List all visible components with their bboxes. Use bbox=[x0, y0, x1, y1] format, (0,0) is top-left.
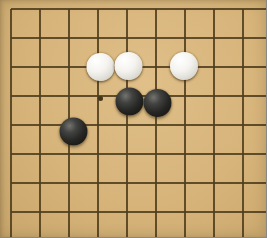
intersection-F12[interactable] bbox=[142, 198, 171, 227]
intersection-D18[interactable] bbox=[84, 24, 113, 53]
intersection-J16[interactable] bbox=[229, 82, 258, 111]
intersection-B16[interactable] bbox=[26, 82, 55, 111]
intersection-H19[interactable] bbox=[200, 0, 229, 24]
intersection-G16[interactable] bbox=[171, 82, 200, 111]
star-point bbox=[98, 96, 103, 101]
grid-line-vertical bbox=[10, 9, 12, 24]
grid-line-horizontal bbox=[258, 37, 267, 39]
intersection-H15[interactable] bbox=[200, 111, 229, 140]
intersection-H14[interactable] bbox=[200, 140, 229, 169]
grid-line-vertical bbox=[242, 169, 244, 198]
intersection-F19[interactable] bbox=[142, 0, 171, 24]
grid-line-vertical bbox=[10, 111, 12, 140]
grid-line-vertical bbox=[213, 82, 215, 111]
intersection-F13[interactable] bbox=[142, 169, 171, 198]
grid-line-vertical bbox=[184, 198, 186, 227]
intersection-K16[interactable] bbox=[258, 82, 267, 111]
grid-line-vertical bbox=[10, 198, 12, 227]
intersection-E13[interactable] bbox=[113, 169, 142, 198]
grid-line-horizontal bbox=[258, 66, 267, 68]
grid-line-vertical bbox=[97, 227, 99, 238]
intersection-J17[interactable] bbox=[229, 53, 258, 82]
grid-line-vertical bbox=[242, 140, 244, 169]
grid-line-vertical bbox=[155, 140, 157, 169]
intersection-A12[interactable] bbox=[0, 198, 26, 227]
grid-line-vertical bbox=[242, 53, 244, 82]
grid-line-vertical bbox=[213, 169, 215, 198]
intersection-K13[interactable] bbox=[258, 169, 267, 198]
grid-line-vertical bbox=[155, 9, 157, 24]
grid-line-vertical bbox=[213, 198, 215, 227]
grid-line-vertical bbox=[10, 169, 12, 198]
intersection-D19[interactable] bbox=[84, 0, 113, 24]
grid-line-vertical bbox=[126, 227, 128, 238]
intersection-C13[interactable] bbox=[55, 169, 84, 198]
intersection-J15[interactable] bbox=[229, 111, 258, 140]
intersection-A16[interactable] bbox=[0, 82, 26, 111]
intersection-G15[interactable] bbox=[171, 111, 200, 140]
intersection-G17[interactable] bbox=[171, 53, 200, 82]
intersection-D17[interactable] bbox=[84, 53, 113, 82]
grid-line-vertical bbox=[10, 82, 12, 111]
intersection-E17[interactable] bbox=[113, 53, 142, 82]
grid-line-vertical bbox=[126, 198, 128, 227]
intersection-H11[interactable] bbox=[200, 227, 229, 238]
intersection-B18[interactable] bbox=[26, 24, 55, 53]
intersection-F17[interactable] bbox=[142, 53, 171, 82]
intersection-A17[interactable] bbox=[0, 53, 26, 82]
intersection-C19[interactable] bbox=[55, 0, 84, 24]
intersection-E12[interactable] bbox=[113, 198, 142, 227]
intersection-D12[interactable] bbox=[84, 198, 113, 227]
grid-line-horizontal bbox=[11, 153, 26, 155]
go-board[interactable] bbox=[0, 0, 266, 237]
intersection-A15[interactable] bbox=[0, 111, 26, 140]
intersection-B15[interactable] bbox=[26, 111, 55, 140]
grid-line-vertical bbox=[155, 227, 157, 238]
grid-line-vertical bbox=[242, 9, 244, 24]
grid-line-vertical bbox=[68, 24, 70, 53]
intersection-H13[interactable] bbox=[200, 169, 229, 198]
black-stone-F16[interactable] bbox=[144, 89, 172, 117]
intersection-C15[interactable] bbox=[55, 111, 84, 140]
intersection-H17[interactable] bbox=[200, 53, 229, 82]
grid-line-vertical bbox=[39, 198, 41, 227]
intersection-C12[interactable] bbox=[55, 198, 84, 227]
intersection-E19[interactable] bbox=[113, 0, 142, 24]
intersection-J13[interactable] bbox=[229, 169, 258, 198]
grid-line-vertical bbox=[155, 24, 157, 53]
grid-line-vertical bbox=[184, 9, 186, 24]
white-stone-D17[interactable] bbox=[87, 53, 115, 81]
intersection-D13[interactable] bbox=[84, 169, 113, 198]
grid-line-vertical bbox=[10, 227, 12, 238]
grid-line-vertical bbox=[213, 227, 215, 238]
grid-line-horizontal bbox=[11, 37, 26, 39]
intersection-A19[interactable] bbox=[0, 0, 26, 24]
grid-line-vertical bbox=[242, 82, 244, 111]
intersection-G13[interactable] bbox=[171, 169, 200, 198]
intersection-D16[interactable] bbox=[84, 82, 113, 111]
grid-line-vertical bbox=[10, 24, 12, 53]
grid-line-vertical bbox=[155, 53, 157, 82]
intersection-F11[interactable] bbox=[142, 227, 171, 238]
grid-line-vertical bbox=[39, 227, 41, 238]
intersection-D15[interactable] bbox=[84, 111, 113, 140]
intersection-K18[interactable] bbox=[258, 24, 267, 53]
grid-line-vertical bbox=[213, 9, 215, 24]
grid-line-vertical bbox=[39, 82, 41, 111]
intersection-K11[interactable] bbox=[258, 227, 267, 238]
intersection-B11[interactable] bbox=[26, 227, 55, 238]
intersection-A13[interactable] bbox=[0, 169, 26, 198]
grid-line-vertical bbox=[242, 198, 244, 227]
grid-line-horizontal bbox=[258, 211, 267, 213]
grid-line-horizontal bbox=[11, 182, 26, 184]
intersection-D11[interactable] bbox=[84, 227, 113, 238]
intersection-E16[interactable] bbox=[113, 82, 142, 111]
grid-line-vertical bbox=[39, 140, 41, 169]
grid-line-vertical bbox=[97, 140, 99, 169]
grid-line-vertical bbox=[155, 198, 157, 227]
intersection-C16[interactable] bbox=[55, 82, 84, 111]
intersection-A18[interactable] bbox=[0, 24, 26, 53]
grid-line-vertical bbox=[97, 9, 99, 24]
grid-line-vertical bbox=[184, 111, 186, 140]
grid-line-vertical bbox=[10, 140, 12, 169]
grid-line-horizontal bbox=[258, 8, 267, 10]
grid-line-vertical bbox=[126, 9, 128, 24]
grid-line-vertical bbox=[126, 24, 128, 53]
black-stone-E16[interactable] bbox=[116, 88, 144, 116]
grid-line-vertical bbox=[68, 9, 70, 24]
intersection-E18[interactable] bbox=[113, 24, 142, 53]
grid-line-vertical bbox=[213, 53, 215, 82]
grid-line-vertical bbox=[68, 227, 70, 238]
grid-line-vertical bbox=[68, 82, 70, 111]
intersection-B13[interactable] bbox=[26, 169, 55, 198]
grid-line-vertical bbox=[97, 24, 99, 53]
grid-line-vertical bbox=[68, 198, 70, 227]
grid-line-vertical bbox=[39, 9, 41, 24]
grid-line-vertical bbox=[213, 140, 215, 169]
intersection-E11[interactable] bbox=[113, 227, 142, 238]
grid-line-horizontal bbox=[11, 211, 26, 213]
grid-line-vertical bbox=[39, 111, 41, 140]
intersection-G19[interactable] bbox=[171, 0, 200, 24]
grid-line-vertical bbox=[242, 111, 244, 140]
grid-line-vertical bbox=[213, 111, 215, 140]
go-board-photo bbox=[0, 0, 266, 237]
grid-line-vertical bbox=[184, 140, 186, 169]
intersection-K14[interactable] bbox=[258, 140, 267, 169]
grid-line-horizontal bbox=[258, 182, 267, 184]
intersection-A14[interactable] bbox=[0, 140, 26, 169]
intersection-F16[interactable] bbox=[142, 82, 171, 111]
intersection-K17[interactable] bbox=[258, 53, 267, 82]
grid-line-vertical bbox=[97, 111, 99, 140]
intersection-K15[interactable] bbox=[258, 111, 267, 140]
intersection-C18[interactable] bbox=[55, 24, 84, 53]
grid-line-horizontal bbox=[258, 124, 267, 126]
intersection-B12[interactable] bbox=[26, 198, 55, 227]
intersection-C17[interactable] bbox=[55, 53, 84, 82]
intersection-F18[interactable] bbox=[142, 24, 171, 53]
intersection-B14[interactable] bbox=[26, 140, 55, 169]
intersection-C11[interactable] bbox=[55, 227, 84, 238]
grid-line-vertical bbox=[184, 82, 186, 111]
grid-line-vertical bbox=[39, 24, 41, 53]
grid-line-vertical bbox=[97, 198, 99, 227]
intersection-F14[interactable] bbox=[142, 140, 171, 169]
grid-line-vertical bbox=[39, 169, 41, 198]
intersection-J19[interactable] bbox=[229, 0, 258, 24]
grid-line-vertical bbox=[97, 169, 99, 198]
intersection-J11[interactable] bbox=[229, 227, 258, 238]
grid-line-vertical bbox=[184, 169, 186, 198]
intersection-A11[interactable] bbox=[0, 227, 26, 238]
intersection-B17[interactable] bbox=[26, 53, 55, 82]
intersection-D14[interactable] bbox=[84, 140, 113, 169]
white-stone-E17[interactable] bbox=[115, 52, 143, 80]
black-stone-C15[interactable] bbox=[60, 118, 88, 146]
intersection-H12[interactable] bbox=[200, 198, 229, 227]
white-stone-G17[interactable] bbox=[170, 52, 198, 80]
grid-line-horizontal bbox=[11, 8, 26, 10]
grid-line-horizontal bbox=[11, 95, 26, 97]
grid-line-vertical bbox=[68, 169, 70, 198]
intersection-G18[interactable] bbox=[171, 24, 200, 53]
intersection-G11[interactable] bbox=[171, 227, 200, 238]
intersection-G12[interactable] bbox=[171, 198, 200, 227]
intersection-H18[interactable] bbox=[200, 24, 229, 53]
grid-line-horizontal bbox=[258, 95, 267, 97]
grid-line-vertical bbox=[10, 53, 12, 82]
intersection-J12[interactable] bbox=[229, 198, 258, 227]
grid-line-vertical bbox=[126, 140, 128, 169]
intersection-K12[interactable] bbox=[258, 198, 267, 227]
grid-line-vertical bbox=[126, 169, 128, 198]
grid-line-vertical bbox=[39, 53, 41, 82]
grid-line-horizontal bbox=[11, 124, 26, 126]
intersection-E14[interactable] bbox=[113, 140, 142, 169]
grid-line-vertical bbox=[242, 24, 244, 53]
grid-line-vertical bbox=[155, 169, 157, 198]
grid-line-vertical bbox=[184, 24, 186, 53]
grid-line-horizontal bbox=[11, 66, 26, 68]
grid-line-horizontal bbox=[258, 153, 267, 155]
board-grid bbox=[0, 0, 266, 237]
intersection-J14[interactable] bbox=[229, 140, 258, 169]
grid-line-vertical bbox=[213, 24, 215, 53]
intersection-H16[interactable] bbox=[200, 82, 229, 111]
grid-line-vertical bbox=[68, 53, 70, 82]
intersection-B19[interactable] bbox=[26, 0, 55, 24]
grid-line-vertical bbox=[242, 227, 244, 238]
intersection-G14[interactable] bbox=[171, 140, 200, 169]
intersection-J18[interactable] bbox=[229, 24, 258, 53]
intersection-K19[interactable] bbox=[258, 0, 267, 24]
grid-line-vertical bbox=[184, 227, 186, 238]
